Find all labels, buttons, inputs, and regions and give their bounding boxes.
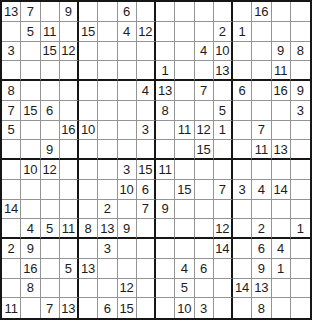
cell-r10c13-given: 3 (233, 180, 252, 200)
cell-r3c3-given: 15 (41, 42, 60, 62)
cell-r15c2-given: 8 (21, 279, 40, 299)
cell-r14c2-given: 16 (21, 259, 40, 279)
cell-r1c5-empty[interactable] (79, 2, 98, 22)
cell-r15c1-empty[interactable] (2, 279, 21, 299)
cell-r3c6-empty[interactable] (98, 42, 117, 62)
cell-r14c1-empty[interactable] (2, 259, 21, 279)
cell-r13c16-empty[interactable] (291, 239, 310, 259)
cell-r2c7-given: 4 (118, 22, 137, 42)
cell-r14c15-given: 1 (272, 259, 291, 279)
cell-r8c15-given: 13 (272, 140, 291, 160)
cell-r2c3-given: 11 (41, 22, 60, 42)
cell-r13c13-empty[interactable] (233, 239, 252, 259)
cell-r5c3-empty[interactable] (41, 81, 60, 101)
cell-r7c11-given: 12 (195, 121, 214, 141)
cell-r10c4-empty[interactable] (60, 180, 79, 200)
cell-r12c13-empty[interactable] (233, 219, 252, 239)
cell-r8c2-empty[interactable] (21, 140, 40, 160)
cell-r14c5-given: 13 (79, 259, 98, 279)
cell-r7c3-empty[interactable] (41, 121, 60, 141)
cell-r14c6-empty[interactable] (98, 259, 117, 279)
cell-r7c6-empty[interactable] (98, 121, 117, 141)
cell-r2c8-given: 12 (137, 22, 156, 42)
cell-r12c4-given: 11 (60, 219, 79, 239)
cell-r2c10-empty[interactable] (175, 22, 194, 42)
cell-r3c1-given: 3 (2, 42, 21, 62)
cell-r3c15-given: 9 (272, 42, 291, 62)
cell-r3c11-given: 4 (195, 42, 214, 62)
cell-r1c12-empty[interactable] (214, 2, 233, 22)
cell-r1c2-given: 7 (21, 2, 40, 22)
cell-r11c4-empty[interactable] (60, 200, 79, 220)
cell-r10c11-empty[interactable] (195, 180, 214, 200)
cell-r15c6-empty[interactable] (98, 279, 117, 299)
cell-r10c6-empty[interactable] (98, 180, 117, 200)
cell-r16c15-empty[interactable] (272, 298, 291, 318)
cell-r10c2-empty[interactable] (21, 180, 40, 200)
cell-r1c7-given: 6 (118, 2, 137, 22)
cell-r4c15-given: 11 (272, 61, 291, 81)
cell-r8c14-given: 11 (252, 140, 271, 160)
cell-r3c8-empty[interactable] (137, 42, 156, 62)
cell-r15c8-empty[interactable] (137, 279, 156, 299)
cell-r9c4-empty[interactable] (60, 160, 79, 180)
cell-r8c10-empty[interactable] (175, 140, 194, 160)
cell-r2c2-given: 5 (21, 22, 40, 42)
cell-r8c12-empty[interactable] (214, 140, 233, 160)
cell-r6c4-empty[interactable] (60, 101, 79, 121)
cell-r12c8-empty[interactable] (137, 219, 156, 239)
cell-r9c15-empty[interactable] (272, 160, 291, 180)
cell-r16c7-given: 15 (118, 298, 137, 318)
cell-r1c11-empty[interactable] (195, 2, 214, 22)
cell-r1c9-empty[interactable] (156, 2, 175, 22)
cell-r5c6-empty[interactable] (98, 81, 117, 101)
cell-r14c9-empty[interactable] (156, 259, 175, 279)
cell-r11c2-empty[interactable] (21, 200, 40, 220)
cell-r9c8-given: 15 (137, 160, 156, 180)
cell-r2c9-empty[interactable] (156, 22, 175, 42)
cell-r13c6-given: 3 (98, 239, 117, 259)
cell-r6c14-empty[interactable] (252, 101, 271, 121)
cell-r1c3-empty[interactable] (41, 2, 60, 22)
cell-r12c10-empty[interactable] (175, 219, 194, 239)
cell-r8c6-empty[interactable] (98, 140, 117, 160)
cell-r2c11-empty[interactable] (195, 22, 214, 42)
cell-r6c12-given: 5 (214, 101, 233, 121)
cell-r15c7-given: 12 (118, 279, 137, 299)
cell-r7c8-given: 3 (137, 121, 156, 141)
cell-r13c1-given: 2 (2, 239, 21, 259)
cell-r11c11-empty[interactable] (195, 200, 214, 220)
cell-r5c14-empty[interactable] (252, 81, 271, 101)
cell-r16c12-empty[interactable] (214, 298, 233, 318)
cell-r13c3-empty[interactable] (41, 239, 60, 259)
cell-r4c12-given: 13 (214, 61, 233, 81)
cell-r10c15-given: 14 (272, 180, 291, 200)
cell-r7c1-given: 5 (2, 121, 21, 141)
cell-r7c2-empty[interactable] (21, 121, 40, 141)
cell-r9c16-empty[interactable] (291, 160, 310, 180)
cell-r14c16-empty[interactable] (291, 259, 310, 279)
cell-r4c14-empty[interactable] (252, 61, 271, 81)
cell-r3c12-given: 10 (214, 42, 233, 62)
cell-r3c16-given: 8 (291, 42, 310, 62)
cell-r2c1-empty[interactable] (2, 22, 21, 42)
cell-r13c15-given: 4 (272, 239, 291, 259)
cell-r1c4-given: 9 (60, 2, 79, 22)
cell-r4c2-empty[interactable] (21, 61, 40, 81)
cell-r13c5-empty[interactable] (79, 239, 98, 259)
cell-r2c5-given: 15 (79, 22, 98, 42)
cell-r16c16-empty[interactable] (291, 298, 310, 318)
cell-r14c12-empty[interactable] (214, 259, 233, 279)
cell-r3c5-empty[interactable] (79, 42, 98, 62)
cell-r1c6-empty[interactable] (98, 2, 117, 22)
cell-r5c4-empty[interactable] (60, 81, 79, 101)
cell-r12c15-empty[interactable] (272, 219, 291, 239)
cell-r6c16-given: 3 (291, 101, 310, 121)
cell-r10c3-empty[interactable] (41, 180, 60, 200)
cell-r15c3-empty[interactable] (41, 279, 60, 299)
cell-r12c1-empty[interactable] (2, 219, 21, 239)
cell-r13c4-empty[interactable] (60, 239, 79, 259)
cell-r6c13-empty[interactable] (233, 101, 252, 121)
cell-r11c7-empty[interactable] (118, 200, 137, 220)
cell-r16c11-given: 3 (195, 298, 214, 318)
cell-r10c5-empty[interactable] (79, 180, 98, 200)
cell-r8c8-empty[interactable] (137, 140, 156, 160)
cell-r12c11-empty[interactable] (195, 219, 214, 239)
cell-r4c13-empty[interactable] (233, 61, 252, 81)
cell-r2c13-given: 1 (233, 22, 252, 42)
cell-r3c10-empty[interactable] (175, 42, 194, 62)
cell-r7c4-given: 16 (60, 121, 79, 141)
cell-r14c10-given: 4 (175, 259, 194, 279)
cell-r7c9-empty[interactable] (156, 121, 175, 141)
cell-r11c6-given: 2 (98, 200, 117, 220)
cell-r16c9-empty[interactable] (156, 298, 175, 318)
cell-r4c3-empty[interactable] (41, 61, 60, 81)
cell-r9c13-empty[interactable] (233, 160, 252, 180)
cell-r16c10-given: 10 (175, 298, 194, 318)
cell-r11c8-given: 7 (137, 200, 156, 220)
cell-r8c3-given: 9 (41, 140, 60, 160)
cell-r11c14-empty[interactable] (252, 200, 271, 220)
cell-r11c5-empty[interactable] (79, 200, 98, 220)
cell-r16c13-empty[interactable] (233, 298, 252, 318)
cell-r10c12-given: 7 (214, 180, 233, 200)
cell-r7c7-empty[interactable] (118, 121, 137, 141)
cell-r16c2-empty[interactable] (21, 298, 40, 318)
cell-r16c3-given: 7 (41, 298, 60, 318)
cell-r16c6-given: 6 (98, 298, 117, 318)
cell-r11c16-empty[interactable] (291, 200, 310, 220)
cell-r10c9-empty[interactable] (156, 180, 175, 200)
cell-r1c1-given: 13 (2, 2, 21, 22)
cell-r15c16-empty[interactable] (291, 279, 310, 299)
cell-r9c2-given: 10 (21, 160, 40, 180)
cell-r3c4-given: 12 (60, 42, 79, 62)
cell-r15c4-empty[interactable] (60, 279, 79, 299)
cell-r2c16-empty[interactable] (291, 22, 310, 42)
cell-r7c14-given: 7 (252, 121, 271, 141)
cell-r16c14-given: 8 (252, 298, 271, 318)
cell-r9c7-given: 3 (118, 160, 137, 180)
cell-r3c9-empty[interactable] (156, 42, 175, 62)
cell-r8c9-empty[interactable] (156, 140, 175, 160)
cell-r10c7-given: 10 (118, 180, 137, 200)
cell-r15c11-empty[interactable] (195, 279, 214, 299)
cell-r6c15-empty[interactable] (272, 101, 291, 121)
cell-r10c10-given: 15 (175, 180, 194, 200)
cell-r13c9-empty[interactable] (156, 239, 175, 259)
cell-r14c3-empty[interactable] (41, 259, 60, 279)
cell-r14c7-empty[interactable] (118, 259, 137, 279)
cell-r7c16-empty[interactable] (291, 121, 310, 141)
cell-r3c7-empty[interactable] (118, 42, 137, 62)
cell-r1c8-empty[interactable] (137, 2, 156, 22)
cell-r11c1-given: 14 (2, 200, 21, 220)
cell-r2c6-empty[interactable] (98, 22, 117, 42)
cell-r11c12-empty[interactable] (214, 200, 233, 220)
cell-r5c10-empty[interactable] (175, 81, 194, 101)
cell-r12c14-given: 2 (252, 219, 271, 239)
cell-r4c5-empty[interactable] (79, 61, 98, 81)
cell-r5c16-given: 9 (291, 81, 310, 101)
cell-r8c16-empty[interactable] (291, 140, 310, 160)
cell-r4c9-given: 1 (156, 61, 175, 81)
cell-r15c9-empty[interactable] (156, 279, 175, 299)
cell-r7c12-given: 1 (214, 121, 233, 141)
cell-r5c8-given: 4 (137, 81, 156, 101)
cell-r6c5-empty[interactable] (79, 101, 98, 121)
cell-r6c1-given: 7 (2, 101, 21, 121)
cell-r13c11-empty[interactable] (195, 239, 214, 259)
cell-r12c2-given: 4 (21, 219, 40, 239)
cell-r4c11-empty[interactable] (195, 61, 214, 81)
cell-r1c10-empty[interactable] (175, 2, 194, 22)
cell-r5c1-given: 8 (2, 81, 21, 101)
cell-r11c10-empty[interactable] (175, 200, 194, 220)
cell-r2c4-empty[interactable] (60, 22, 79, 42)
cell-r9c12-empty[interactable] (214, 160, 233, 180)
cell-r8c13-empty[interactable] (233, 140, 252, 160)
cell-r10c1-empty[interactable] (2, 180, 21, 200)
cell-r6c10-empty[interactable] (175, 101, 194, 121)
cell-r12c5-given: 8 (79, 219, 98, 239)
cell-r8c4-empty[interactable] (60, 140, 79, 160)
cell-r7c10-given: 11 (175, 121, 194, 141)
cell-r1c16-empty[interactable] (291, 2, 310, 22)
cell-r4c8-empty[interactable] (137, 61, 156, 81)
cell-r4c1-empty[interactable] (2, 61, 21, 81)
cell-r15c5-empty[interactable] (79, 279, 98, 299)
cell-r15c14-given: 13 (252, 279, 271, 299)
cell-r9c9-given: 11 (156, 160, 175, 180)
cell-r5c5-empty[interactable] (79, 81, 98, 101)
cell-r13c14-given: 6 (252, 239, 271, 259)
cell-r3c2-empty[interactable] (21, 42, 40, 62)
cell-r12c3-given: 5 (41, 219, 60, 239)
cell-r2c12-given: 2 (214, 22, 233, 42)
cell-r4c6-empty[interactable] (98, 61, 117, 81)
cell-r4c4-empty[interactable] (60, 61, 79, 81)
cell-r12c6-given: 13 (98, 219, 117, 239)
cell-r9c1-empty[interactable] (2, 160, 21, 180)
cell-r5c13-given: 6 (233, 81, 252, 101)
cell-r8c5-empty[interactable] (79, 140, 98, 160)
cell-r11c9-given: 9 (156, 200, 175, 220)
cell-r9c14-empty[interactable] (252, 160, 271, 180)
cell-r2c14-empty[interactable] (252, 22, 271, 42)
cell-r11c13-empty[interactable] (233, 200, 252, 220)
cell-r13c2-given: 9 (21, 239, 40, 259)
cell-r16c8-empty[interactable] (137, 298, 156, 318)
cell-r12c7-given: 9 (118, 219, 137, 239)
cell-r16c1-given: 11 (2, 298, 21, 318)
cell-r6c8-empty[interactable] (137, 101, 156, 121)
sudoku-board: 1379616511154122131512410981131184137616… (0, 0, 312, 320)
cell-r5c12-empty[interactable] (214, 81, 233, 101)
cell-r14c14-given: 9 (252, 259, 271, 279)
cell-r8c11-given: 15 (195, 140, 214, 160)
cell-r9c6-empty[interactable] (98, 160, 117, 180)
cell-r4c16-empty[interactable] (291, 61, 310, 81)
cell-r15c15-empty[interactable] (272, 279, 291, 299)
cell-r8c1-empty[interactable] (2, 140, 21, 160)
cell-r7c5-given: 10 (79, 121, 98, 141)
cell-r12c12-given: 12 (214, 219, 233, 239)
cell-r6c11-empty[interactable] (195, 101, 214, 121)
cell-r13c8-empty[interactable] (137, 239, 156, 259)
cell-r16c5-empty[interactable] (79, 298, 98, 318)
cell-r5c7-empty[interactable] (118, 81, 137, 101)
cell-r2c15-empty[interactable] (272, 22, 291, 42)
cell-r6c3-given: 6 (41, 101, 60, 121)
cell-r13c7-empty[interactable] (118, 239, 137, 259)
cell-r5c2-empty[interactable] (21, 81, 40, 101)
cell-r10c16-empty[interactable] (291, 180, 310, 200)
cell-r10c14-given: 4 (252, 180, 271, 200)
cell-r14c11-given: 6 (195, 259, 214, 279)
cell-r6c9-given: 8 (156, 101, 175, 121)
cell-r11c15-empty[interactable] (272, 200, 291, 220)
cell-r15c12-empty[interactable] (214, 279, 233, 299)
cell-r13c10-empty[interactable] (175, 239, 194, 259)
cell-r9c10-empty[interactable] (175, 160, 194, 180)
cell-r5c11-given: 7 (195, 81, 214, 101)
cell-r14c4-given: 5 (60, 259, 79, 279)
cell-r8c7-empty[interactable] (118, 140, 137, 160)
cell-r4c7-empty[interactable] (118, 61, 137, 81)
cell-r1c13-empty[interactable] (233, 2, 252, 22)
cell-r14c13-empty[interactable] (233, 259, 252, 279)
cell-r9c5-empty[interactable] (79, 160, 98, 180)
cell-r5c15-given: 16 (272, 81, 291, 101)
cell-r6c2-given: 15 (21, 101, 40, 121)
cell-r7c15-empty[interactable] (272, 121, 291, 141)
cell-r14c8-empty[interactable] (137, 259, 156, 279)
cell-r10c8-given: 6 (137, 180, 156, 200)
cell-r3c14-empty[interactable] (252, 42, 271, 62)
cell-r7c13-empty[interactable] (233, 121, 252, 141)
cell-r4c10-empty[interactable] (175, 61, 194, 81)
cell-r6c6-empty[interactable] (98, 101, 117, 121)
cell-r12c9-empty[interactable] (156, 219, 175, 239)
cell-r12c16-given: 1 (291, 219, 310, 239)
cell-r3c13-empty[interactable] (233, 42, 252, 62)
cell-r11c3-empty[interactable] (41, 200, 60, 220)
cell-r6c7-empty[interactable] (118, 101, 137, 121)
cell-r16c4-given: 13 (60, 298, 79, 318)
cell-r9c3-given: 12 (41, 160, 60, 180)
cell-r9c11-empty[interactable] (195, 160, 214, 180)
cell-r15c13-given: 14 (233, 279, 252, 299)
cell-r1c15-empty[interactable] (272, 2, 291, 22)
cell-r15c10-given: 5 (175, 279, 194, 299)
cell-r1c14-given: 16 (252, 2, 271, 22)
cell-r13c12-given: 14 (214, 239, 233, 259)
cell-r5c9-given: 13 (156, 81, 175, 101)
